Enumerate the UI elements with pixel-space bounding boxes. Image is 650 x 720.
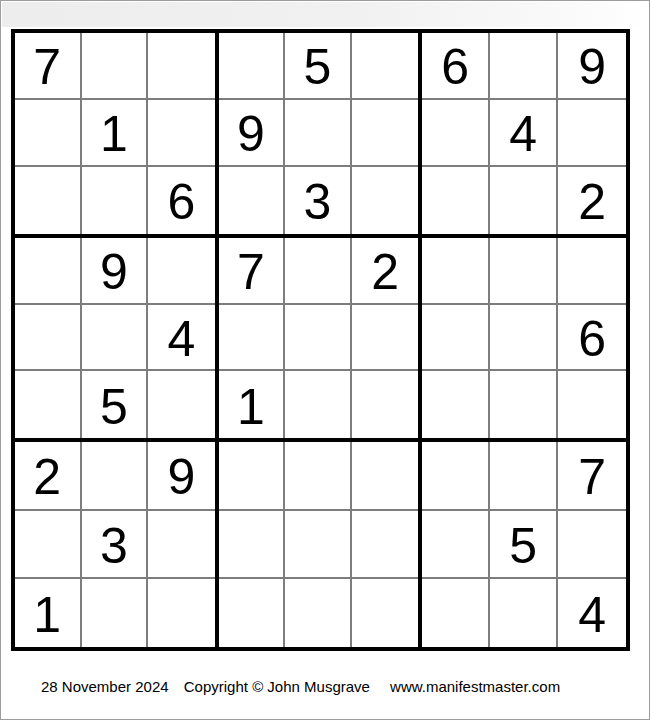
- cell-r1c9[interactable]: 9: [558, 33, 626, 100]
- cell-r3c7[interactable]: [422, 167, 490, 234]
- cell-r4c5[interactable]: [285, 238, 352, 305]
- cell-r2c7[interactable]: [422, 100, 490, 167]
- cell-r1c7[interactable]: 6: [422, 33, 490, 100]
- cell-r5c6[interactable]: [352, 305, 419, 372]
- cell-r9c2[interactable]: [82, 579, 149, 647]
- cell-r7c4[interactable]: [219, 442, 286, 510]
- cell-r6c4[interactable]: 1: [219, 371, 286, 438]
- cell-r4c7[interactable]: [422, 238, 490, 305]
- cell-r5c9[interactable]: 6: [558, 305, 626, 372]
- cell-r3c1[interactable]: [15, 167, 82, 234]
- cell-r8c2[interactable]: 3: [82, 511, 149, 579]
- cell-r8c5[interactable]: [285, 511, 352, 579]
- cell-r2c5[interactable]: [285, 100, 352, 167]
- cell-r4c3[interactable]: [148, 238, 215, 305]
- cell-r7c9[interactable]: 7: [558, 442, 626, 510]
- cell-r5c2[interactable]: [82, 305, 149, 372]
- cell-r4c4[interactable]: 7: [219, 238, 286, 305]
- cell-r8c6[interactable]: [352, 511, 419, 579]
- cell-r2c8[interactable]: 4: [490, 100, 558, 167]
- cell-r5c8[interactable]: [490, 305, 558, 372]
- cell-r4c1[interactable]: [15, 238, 82, 305]
- cell-r6c5[interactable]: [285, 371, 352, 438]
- cell-r6c3[interactable]: [148, 371, 215, 438]
- cell-r4c2[interactable]: 9: [82, 238, 149, 305]
- cell-r8c7[interactable]: [422, 511, 490, 579]
- cell-r5c5[interactable]: [285, 305, 352, 372]
- cell-r3c8[interactable]: [490, 167, 558, 234]
- cell-r8c8[interactable]: 5: [490, 511, 558, 579]
- footer: 28 November 2024 Copyright © John Musgra…: [41, 678, 560, 695]
- cell-r1c8[interactable]: [490, 33, 558, 100]
- cell-r8c1[interactable]: [15, 511, 82, 579]
- box-5: 721: [219, 238, 423, 443]
- cell-r7c5[interactable]: [285, 442, 352, 510]
- box-7: 2931: [15, 442, 219, 647]
- cell-r9c6[interactable]: [352, 579, 419, 647]
- cell-r5c1[interactable]: [15, 305, 82, 372]
- sudoku-board: 716593694294572162931754: [11, 29, 630, 651]
- cell-r7c8[interactable]: [490, 442, 558, 510]
- cell-r2c4[interactable]: 9: [219, 100, 286, 167]
- puzzle-date: 28 November 2024: [41, 678, 169, 695]
- cell-r6c9[interactable]: [558, 371, 626, 438]
- cell-r2c9[interactable]: [558, 100, 626, 167]
- cell-r2c6[interactable]: [352, 100, 419, 167]
- cell-r2c3[interactable]: [148, 100, 215, 167]
- page: 716593694294572162931754 28 November 202…: [0, 0, 650, 720]
- cell-r1c5[interactable]: 5: [285, 33, 352, 100]
- cell-r4c8[interactable]: [490, 238, 558, 305]
- cell-r9c3[interactable]: [148, 579, 215, 647]
- cell-r7c6[interactable]: [352, 442, 419, 510]
- box-4: 945: [15, 238, 219, 443]
- cell-r9c7[interactable]: [422, 579, 490, 647]
- box-1: 716: [15, 33, 219, 238]
- cell-r8c9[interactable]: [558, 511, 626, 579]
- cell-r9c9[interactable]: 4: [558, 579, 626, 647]
- cell-r1c4[interactable]: [219, 33, 286, 100]
- cell-r1c6[interactable]: [352, 33, 419, 100]
- cell-r4c9[interactable]: [558, 238, 626, 305]
- cell-r3c2[interactable]: [82, 167, 149, 234]
- cell-r6c7[interactable]: [422, 371, 490, 438]
- cell-r7c2[interactable]: [82, 442, 149, 510]
- cell-r2c2[interactable]: 1: [82, 100, 149, 167]
- cell-r9c4[interactable]: [219, 579, 286, 647]
- cell-r2c1[interactable]: [15, 100, 82, 167]
- box-2: 593: [219, 33, 423, 238]
- cell-r9c8[interactable]: [490, 579, 558, 647]
- cell-r7c7[interactable]: [422, 442, 490, 510]
- cell-r1c1[interactable]: 7: [15, 33, 82, 100]
- cell-r3c9[interactable]: 2: [558, 167, 626, 234]
- cell-r3c5[interactable]: 3: [285, 167, 352, 234]
- cell-r6c8[interactable]: [490, 371, 558, 438]
- cell-r4c6[interactable]: 2: [352, 238, 419, 305]
- cell-r8c3[interactable]: [148, 511, 215, 579]
- cell-r7c1[interactable]: 2: [15, 442, 82, 510]
- cell-r3c4[interactable]: [219, 167, 286, 234]
- cell-r9c5[interactable]: [285, 579, 352, 647]
- cell-r5c7[interactable]: [422, 305, 490, 372]
- cell-r5c3[interactable]: 4: [148, 305, 215, 372]
- cell-r3c3[interactable]: 6: [148, 167, 215, 234]
- box-9: 754: [422, 442, 626, 647]
- cell-r6c1[interactable]: [15, 371, 82, 438]
- cell-r3c6[interactable]: [352, 167, 419, 234]
- cell-r5c4[interactable]: [219, 305, 286, 372]
- cell-r8c4[interactable]: [219, 511, 286, 579]
- cell-r6c2[interactable]: 5: [82, 371, 149, 438]
- website-url: www.manifestmaster.com: [390, 678, 560, 695]
- cell-r7c3[interactable]: 9: [148, 442, 215, 510]
- copyright-text: Copyright © John Musgrave: [184, 678, 370, 695]
- cell-r6c6[interactable]: [352, 371, 419, 438]
- cell-r9c1[interactable]: 1: [15, 579, 82, 647]
- cell-r1c3[interactable]: [148, 33, 215, 100]
- box-6: 6: [422, 238, 626, 443]
- cell-r1c2[interactable]: [82, 33, 149, 100]
- box-8: [219, 442, 423, 647]
- box-3: 6942: [422, 33, 626, 238]
- top-gradient-band: [2, 2, 649, 27]
